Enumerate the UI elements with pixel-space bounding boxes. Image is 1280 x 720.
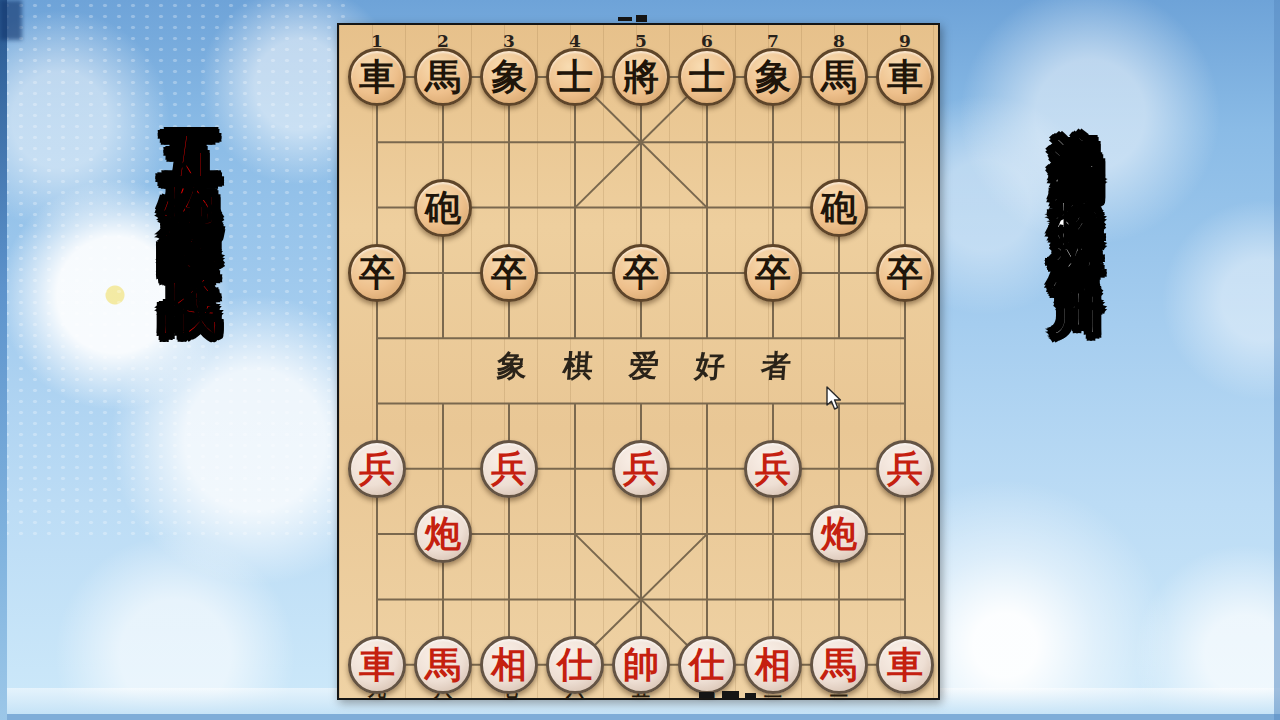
piece-grid: 車馬象士將士象馬車砲砲卒卒卒卒卒兵兵兵兵兵炮炮車馬相仕帥仕相馬車: [344, 44, 938, 697]
piece-character: 士: [557, 59, 593, 95]
piece-character: 仕: [689, 647, 725, 683]
piece-character: 車: [887, 647, 923, 683]
piece-character: 帥: [623, 647, 659, 683]
piece-character: 車: [887, 59, 923, 95]
xiangqi-board[interactable]: 123456789 九八七六五四三二一 象棋爱好者 車馬象士將士象馬車砲砲卒卒卒…: [337, 23, 940, 700]
piece-character: 砲: [821, 190, 857, 226]
piece-black-象[interactable]: 象: [744, 48, 802, 106]
piece-red-仕[interactable]: 仕: [678, 636, 736, 694]
piece-red-仕[interactable]: 仕: [546, 636, 604, 694]
piece-red-相[interactable]: 相: [744, 636, 802, 694]
piece-black-馬[interactable]: 馬: [414, 48, 472, 106]
piece-black-卒[interactable]: 卒: [480, 244, 538, 302]
right-title: 浪潮天梭对许银川: [1052, 92, 1102, 268]
piece-character: 相: [755, 647, 791, 683]
background-right-edge: [1274, 0, 1280, 720]
piece-character: 兵: [359, 451, 395, 487]
piece-black-象[interactable]: 象: [480, 48, 538, 106]
flower-speckle-texture: [0, 0, 345, 540]
piece-red-車[interactable]: 車: [348, 636, 406, 694]
piece-red-炮[interactable]: 炮: [810, 505, 868, 563]
piece-character: 卒: [359, 255, 395, 291]
piece-character: 將: [623, 59, 659, 95]
piece-character: 仕: [557, 647, 593, 683]
piece-black-士[interactable]: 士: [678, 48, 736, 106]
piece-black-卒[interactable]: 卒: [744, 244, 802, 302]
video-frame: 五六炮巅峰之战 浪潮天梭对许银川 123456789 九八七六五四三二一 象棋爱…: [0, 0, 1280, 720]
piece-character: 馬: [425, 59, 461, 95]
piece-black-砲[interactable]: 砲: [414, 179, 472, 237]
piece-character: 象: [755, 59, 791, 95]
piece-character: 卒: [623, 255, 659, 291]
piece-character: 砲: [425, 190, 461, 226]
piece-black-卒[interactable]: 卒: [348, 244, 406, 302]
piece-character: 車: [359, 647, 395, 683]
clipped-text-fragment-top: [636, 15, 647, 22]
piece-character: 卒: [887, 255, 923, 291]
background-corner-shadow: [0, 0, 22, 40]
piece-red-兵[interactable]: 兵: [480, 440, 538, 498]
piece-red-炮[interactable]: 炮: [414, 505, 472, 563]
piece-black-士[interactable]: 士: [546, 48, 604, 106]
background-left-edge: [0, 0, 7, 720]
piece-character: 卒: [491, 255, 527, 291]
piece-character: 兵: [623, 451, 659, 487]
piece-character: 馬: [821, 59, 857, 95]
piece-red-帥[interactable]: 帥: [612, 636, 670, 694]
background-bottom-edge: [0, 714, 1280, 720]
piece-character: 卒: [755, 255, 791, 291]
piece-red-車[interactable]: 車: [876, 636, 934, 694]
piece-black-卒[interactable]: 卒: [876, 244, 934, 302]
piece-red-馬[interactable]: 馬: [414, 636, 472, 694]
piece-character: 兵: [755, 451, 791, 487]
clipped-text-fragment-top: [618, 17, 632, 21]
left-title: 五六炮巅峰之战: [162, 88, 220, 256]
piece-character: 馬: [821, 647, 857, 683]
piece-red-兵[interactable]: 兵: [876, 440, 934, 498]
piece-black-車[interactable]: 車: [876, 48, 934, 106]
piece-character: 兵: [491, 451, 527, 487]
piece-character: 兵: [887, 451, 923, 487]
piece-red-兵[interactable]: 兵: [612, 440, 670, 498]
piece-red-兵[interactable]: 兵: [348, 440, 406, 498]
piece-black-車[interactable]: 車: [348, 48, 406, 106]
piece-black-砲[interactable]: 砲: [810, 179, 868, 237]
piece-character: 象: [491, 59, 527, 95]
piece-character: 車: [359, 59, 395, 95]
piece-black-馬[interactable]: 馬: [810, 48, 868, 106]
piece-character: 炮: [821, 516, 857, 552]
piece-black-將[interactable]: 將: [612, 48, 670, 106]
piece-red-馬[interactable]: 馬: [810, 636, 868, 694]
piece-red-相[interactable]: 相: [480, 636, 538, 694]
piece-character: 馬: [425, 647, 461, 683]
piece-red-兵[interactable]: 兵: [744, 440, 802, 498]
piece-black-卒[interactable]: 卒: [612, 244, 670, 302]
piece-character: 相: [491, 647, 527, 683]
piece-character: 炮: [425, 516, 461, 552]
piece-character: 士: [689, 59, 725, 95]
